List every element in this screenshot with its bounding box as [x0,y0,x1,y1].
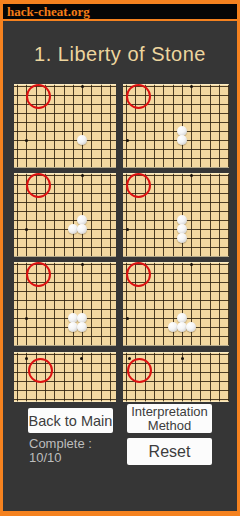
app-screen: hack-cheat.org 1. Liberty of Stone Back … [0,0,240,516]
target-circle-marker [26,262,51,287]
star-point [25,357,28,360]
page-title: 1. Liberty of Stone [0,43,240,66]
white-stone [177,135,187,145]
interpretation-label-line2: Method [148,419,191,433]
target-circle-marker [127,358,152,383]
star-point [25,228,28,231]
star-point [190,174,193,177]
star-point [25,317,28,320]
go-board-5[interactable] [14,262,116,346]
reset-button[interactable]: Reset [127,438,212,465]
back-to-main-button[interactable]: Back to Main [28,408,113,433]
frame-border-right [237,0,240,516]
watermark-banner: hack-cheat.org [3,4,237,21]
target-circle-marker [126,262,151,287]
interpretation-label-line1: Interpretation [131,405,208,419]
target-circle-marker [26,84,51,109]
star-point [25,139,28,142]
star-point [80,357,83,360]
star-point [181,357,184,360]
frame-border-left [0,0,3,516]
star-point [190,263,193,266]
frame-border-top [0,0,240,4]
go-board-2[interactable] [123,84,229,168]
watermark-text: hack-cheat.org [3,4,90,20]
star-point [128,357,131,360]
go-board-3[interactable] [14,173,116,257]
white-stone [77,322,87,332]
target-circle-marker [126,173,151,198]
go-board-4[interactable] [123,173,229,257]
completion-status: Complete : 10/10 [29,438,92,465]
white-stone [186,322,196,332]
completion-label: Complete : [29,438,92,451]
reset-label: Reset [149,443,191,461]
target-circle-marker [126,84,151,109]
back-to-main-label: Back to Main [29,413,113,429]
target-circle-marker [28,358,53,383]
go-board-7[interactable] [14,352,116,402]
target-circle-marker [26,173,51,198]
star-point [81,174,84,177]
completion-value: 10/10 [29,452,92,465]
go-board-6[interactable] [123,262,229,346]
go-board-8[interactable] [123,352,229,402]
star-point [126,228,129,231]
star-point [190,85,193,88]
frame-border-bottom [0,511,240,516]
star-point [126,139,129,142]
star-point [81,263,84,266]
star-point [126,317,129,320]
interpretation-method-button[interactable]: Interpretation Method [127,404,212,433]
star-point [81,85,84,88]
go-board-1[interactable] [14,84,116,168]
white-stone [177,233,187,243]
white-stone [77,224,87,234]
white-stone [77,135,87,145]
